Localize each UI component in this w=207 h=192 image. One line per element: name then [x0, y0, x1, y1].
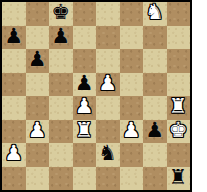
- square-h4[interactable]: ♜: [167, 96, 191, 120]
- square-h7[interactable]: [167, 26, 191, 50]
- square-a6[interactable]: [2, 49, 26, 73]
- square-f7[interactable]: [120, 26, 144, 50]
- square-f1[interactable]: [120, 167, 144, 191]
- square-b2[interactable]: [26, 143, 50, 167]
- square-c2[interactable]: [49, 143, 73, 167]
- square-e6[interactable]: [96, 49, 120, 73]
- square-b6[interactable]: ♟: [26, 49, 50, 73]
- square-h5[interactable]: [167, 73, 191, 97]
- square-d5[interactable]: ♟: [73, 73, 97, 97]
- square-a7[interactable]: ♟: [2, 26, 26, 50]
- square-g6[interactable]: [143, 49, 167, 73]
- square-a1[interactable]: [2, 167, 26, 191]
- piece-black-K-c8[interactable]: ♚: [51, 2, 70, 23]
- piece-black-P-d5[interactable]: ♟: [75, 73, 94, 94]
- square-h1[interactable]: ♜: [167, 167, 191, 191]
- square-g5[interactable]: [143, 73, 167, 97]
- square-f4[interactable]: [120, 96, 144, 120]
- square-b5[interactable]: [26, 73, 50, 97]
- square-f3[interactable]: ♟: [120, 120, 144, 144]
- square-f2[interactable]: [120, 143, 144, 167]
- piece-white-P-e5[interactable]: ♟: [98, 73, 117, 94]
- square-f5[interactable]: [120, 73, 144, 97]
- piece-white-K-h3[interactable]: ♚: [169, 120, 188, 141]
- square-e4[interactable]: [96, 96, 120, 120]
- square-a4[interactable]: [2, 96, 26, 120]
- piece-white-P-f3[interactable]: ♟: [122, 120, 141, 141]
- square-b3[interactable]: ♟: [26, 120, 50, 144]
- square-h8[interactable]: [167, 2, 191, 26]
- piece-black-P-g3[interactable]: ♟: [145, 120, 164, 141]
- square-d2[interactable]: [73, 143, 97, 167]
- piece-white-P-d4[interactable]: ♟: [75, 96, 94, 117]
- piece-black-N-e2[interactable]: ♞: [98, 143, 117, 164]
- piece-white-P-a2[interactable]: ♟: [4, 143, 23, 164]
- square-b1[interactable]: [26, 167, 50, 191]
- piece-white-N-g8[interactable]: ♞: [145, 2, 164, 23]
- square-g2[interactable]: [143, 143, 167, 167]
- square-c1[interactable]: [49, 167, 73, 191]
- piece-white-P-b3[interactable]: ♟: [28, 120, 47, 141]
- square-e2[interactable]: ♞: [96, 143, 120, 167]
- square-d4[interactable]: ♟: [73, 96, 97, 120]
- square-b8[interactable]: [26, 2, 50, 26]
- square-c4[interactable]: [49, 96, 73, 120]
- square-a8[interactable]: [2, 2, 26, 26]
- square-g4[interactable]: [143, 96, 167, 120]
- square-g1[interactable]: [143, 167, 167, 191]
- square-h3[interactable]: ♚: [167, 120, 191, 144]
- square-b7[interactable]: [26, 26, 50, 50]
- square-f8[interactable]: [120, 2, 144, 26]
- square-d3[interactable]: ♜: [73, 120, 97, 144]
- square-e5[interactable]: ♟: [96, 73, 120, 97]
- square-h6[interactable]: [167, 49, 191, 73]
- square-c8[interactable]: ♚: [49, 2, 73, 26]
- piece-black-P-a7[interactable]: ♟: [4, 26, 23, 47]
- piece-white-R-d3[interactable]: ♜: [75, 120, 94, 141]
- square-c3[interactable]: [49, 120, 73, 144]
- square-c5[interactable]: [49, 73, 73, 97]
- square-a2[interactable]: ♟: [2, 143, 26, 167]
- square-d7[interactable]: [73, 26, 97, 50]
- square-h2[interactable]: [167, 143, 191, 167]
- square-g3[interactable]: ♟: [143, 120, 167, 144]
- square-d6[interactable]: [73, 49, 97, 73]
- square-a5[interactable]: [2, 73, 26, 97]
- square-b4[interactable]: [26, 96, 50, 120]
- square-g7[interactable]: [143, 26, 167, 50]
- square-e3[interactable]: [96, 120, 120, 144]
- piece-black-P-b6[interactable]: ♟: [28, 49, 47, 70]
- square-c6[interactable]: [49, 49, 73, 73]
- square-f6[interactable]: [120, 49, 144, 73]
- square-e7[interactable]: [96, 26, 120, 50]
- piece-white-R-h4[interactable]: ♜: [169, 96, 188, 117]
- square-d1[interactable]: [73, 167, 97, 191]
- square-a3[interactable]: [2, 120, 26, 144]
- piece-black-P-c7[interactable]: ♟: [51, 26, 70, 47]
- square-e8[interactable]: [96, 2, 120, 26]
- piece-black-R-h1[interactable]: ♜: [169, 167, 188, 188]
- chess-board: ♚♞♟♟♟♟♟♟♜♟♜♟♟♚♟♞♜: [2, 2, 190, 190]
- square-c7[interactable]: ♟: [49, 26, 73, 50]
- square-d8[interactable]: [73, 2, 97, 26]
- square-e1[interactable]: [96, 167, 120, 191]
- square-g8[interactable]: ♞: [143, 2, 167, 26]
- chess-board-frame: ♚♞♟♟♟♟♟♟♜♟♜♟♟♚♟♞♜: [0, 0, 192, 192]
